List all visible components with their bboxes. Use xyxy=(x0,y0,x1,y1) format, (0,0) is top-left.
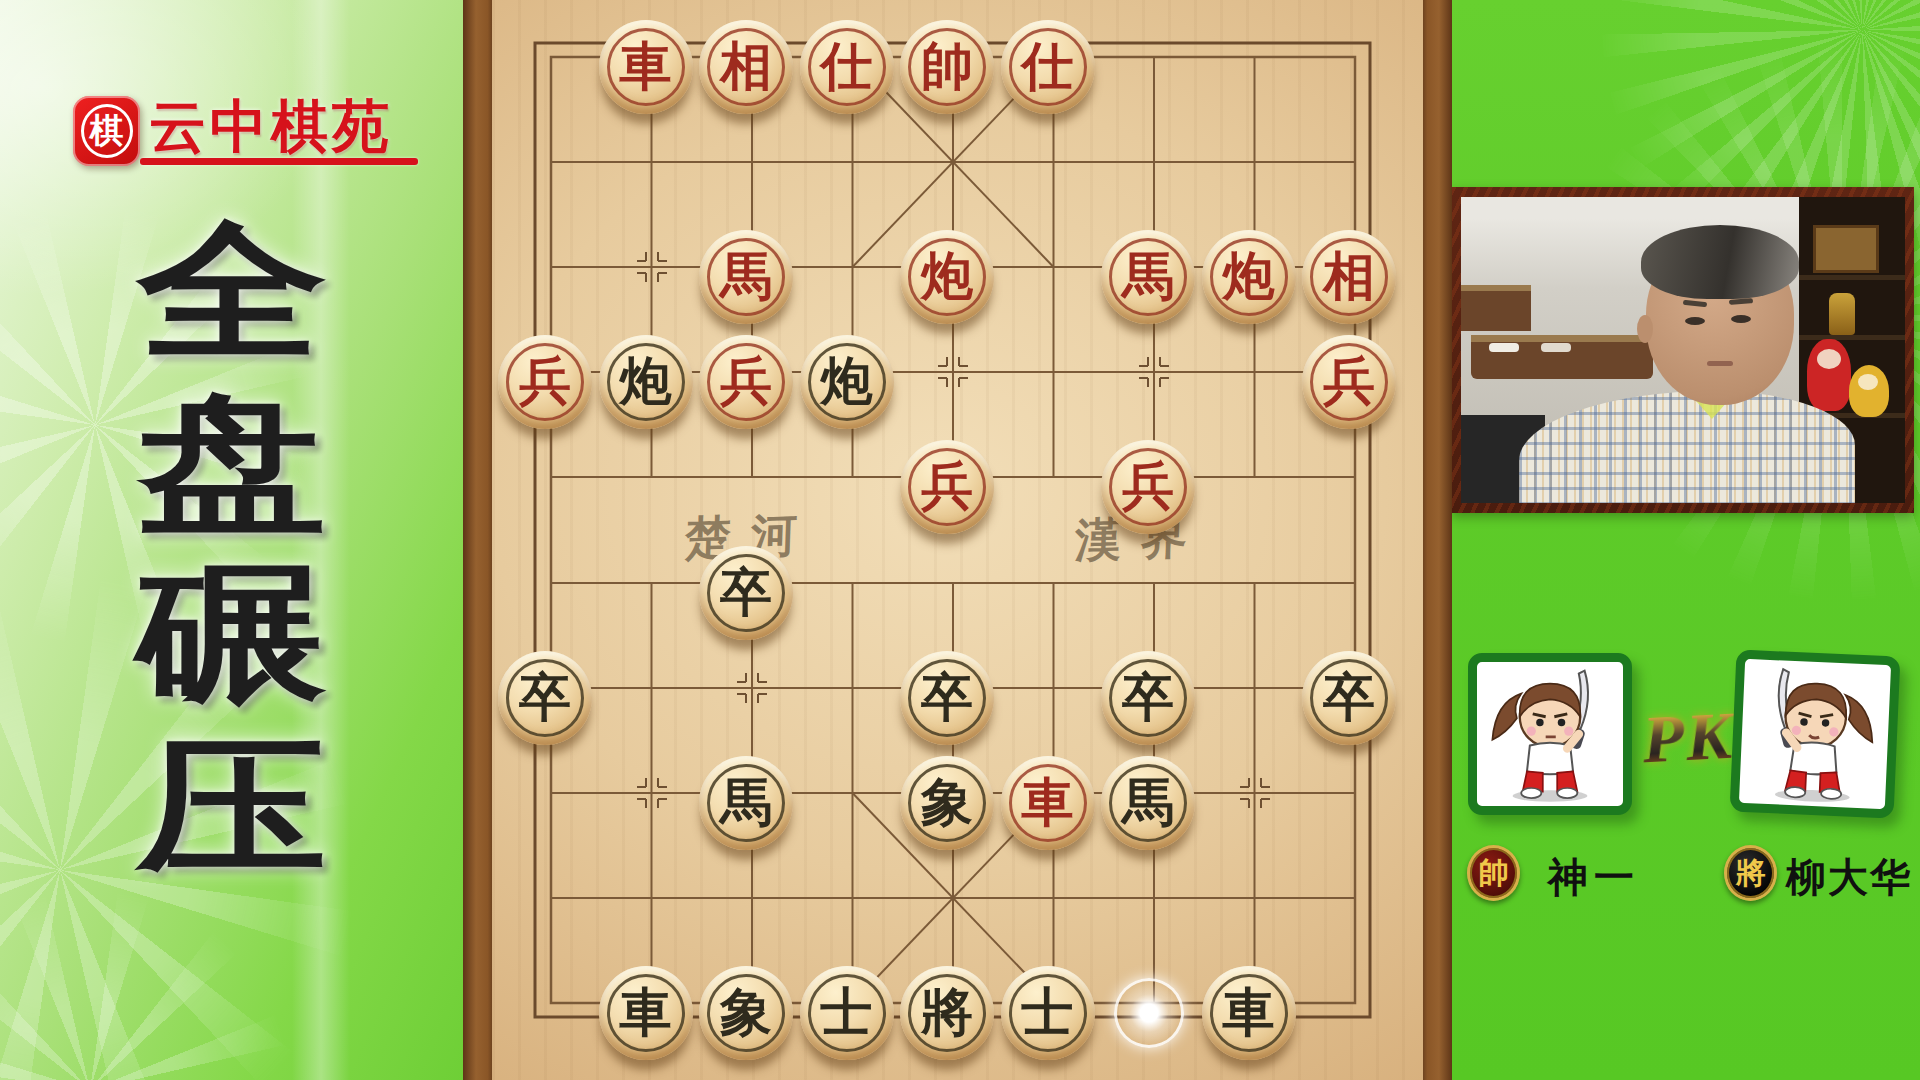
commentator-plaid-shirt xyxy=(1519,391,1855,503)
black-piece-卒[interactable]: 卒 xyxy=(699,546,793,640)
red-piece-兵[interactable]: 兵 xyxy=(699,335,793,429)
black-side-badge: 將 xyxy=(1724,845,1777,901)
title-char: 碾 xyxy=(86,550,378,722)
title-char: 压 xyxy=(86,722,378,894)
yellow-plush-toy xyxy=(1849,365,1889,417)
logo-seal-character: 棋 xyxy=(90,114,124,148)
framed-picture xyxy=(1813,225,1879,273)
red-piece-炮[interactable]: 炮 xyxy=(1202,230,1296,324)
title-char: 盘 xyxy=(86,378,378,550)
wall-shelf xyxy=(1461,285,1531,331)
mouth xyxy=(1707,361,1733,366)
shelf-items xyxy=(1489,343,1519,352)
black-piece-車[interactable]: 車 xyxy=(1202,966,1296,1060)
xiangqi-board[interactable]: 楚河 漢界 車相仕帥仕馬炮馬炮相兵兵兵兵兵車炮炮卒卒卒卒卒馬象馬車象士將士車 xyxy=(463,0,1452,1080)
star-point-marker xyxy=(1139,357,1169,387)
red-piece-馬[interactable]: 馬 xyxy=(1101,230,1195,324)
red-piece-仕[interactable]: 仕 xyxy=(800,20,894,114)
channel-logo: 棋 云中棋苑 xyxy=(0,0,463,180)
gold-figurine xyxy=(1829,293,1855,335)
black-piece-士[interactable]: 士 xyxy=(1001,966,1095,1060)
red-piece-車[interactable]: 車 xyxy=(599,20,693,114)
logo-underline xyxy=(140,158,418,165)
star-point-marker xyxy=(938,357,968,387)
black-player-name: 柳大华 xyxy=(1786,850,1912,905)
black-player-avatar xyxy=(1730,650,1901,819)
commentator-webcam xyxy=(1452,187,1914,513)
red-piece-炮[interactable]: 炮 xyxy=(900,230,994,324)
wall-shelf xyxy=(1471,335,1653,379)
red-piece-兵[interactable]: 兵 xyxy=(1101,440,1195,534)
red-piece-相[interactable]: 相 xyxy=(1302,230,1396,324)
right-panel: PK 帥 神一 將 柳大华 xyxy=(1452,0,1920,1080)
left-banner-panel: 棋 云中棋苑 全 盘 碾 压 xyxy=(0,0,463,1080)
swordsman-cartoon xyxy=(1477,662,1623,806)
black-piece-馬[interactable]: 馬 xyxy=(1101,756,1195,850)
red-player-avatar xyxy=(1468,653,1632,815)
red-piece-兵[interactable]: 兵 xyxy=(1302,335,1396,429)
commentator-hair xyxy=(1641,225,1799,299)
webcam-video xyxy=(1461,197,1905,503)
star-point-marker xyxy=(637,252,667,282)
black-piece-象[interactable]: 象 xyxy=(699,966,793,1060)
red-side-badge: 帥 xyxy=(1467,845,1520,901)
black-piece-車[interactable]: 車 xyxy=(599,966,693,1060)
red-piece-車[interactable]: 車 xyxy=(1001,756,1095,850)
swordsman-cartoon xyxy=(1739,659,1891,809)
red-piece-兵[interactable]: 兵 xyxy=(498,335,592,429)
black-piece-卒[interactable]: 卒 xyxy=(498,651,592,745)
red-piece-相[interactable]: 相 xyxy=(699,20,793,114)
red-plush-toy xyxy=(1807,339,1851,411)
black-piece-卒[interactable]: 卒 xyxy=(1302,651,1396,745)
commentator-ear xyxy=(1637,315,1653,343)
black-piece-象[interactable]: 象 xyxy=(900,756,994,850)
red-piece-馬[interactable]: 馬 xyxy=(699,230,793,324)
black-piece-馬[interactable]: 馬 xyxy=(699,756,793,850)
board-grid xyxy=(463,0,1452,1080)
episode-title-vertical: 全 盘 碾 压 xyxy=(118,206,346,894)
star-point-marker xyxy=(737,673,767,703)
red-badge-glyph: 帥 xyxy=(1479,853,1509,894)
red-piece-仕[interactable]: 仕 xyxy=(1001,20,1095,114)
black-piece-士[interactable]: 士 xyxy=(800,966,894,1060)
red-piece-帥[interactable]: 帥 xyxy=(900,20,994,114)
black-piece-炮[interactable]: 炮 xyxy=(599,335,693,429)
star-point-marker xyxy=(1240,778,1270,808)
black-piece-將[interactable]: 將 xyxy=(900,966,994,1060)
last-move-glow-marker xyxy=(1114,978,1184,1048)
channel-name: 云中棋苑 xyxy=(149,98,424,155)
black-piece-卒[interactable]: 卒 xyxy=(900,651,994,745)
star-point-marker xyxy=(637,778,667,808)
black-piece-卒[interactable]: 卒 xyxy=(1101,651,1195,745)
logo-seal-icon: 棋 xyxy=(73,96,140,166)
red-piece-兵[interactable]: 兵 xyxy=(900,440,994,534)
black-badge-glyph: 將 xyxy=(1736,853,1766,894)
title-char: 全 xyxy=(86,206,378,378)
black-piece-炮[interactable]: 炮 xyxy=(800,335,894,429)
eye xyxy=(1685,317,1705,325)
red-player-name: 神一 xyxy=(1548,850,1640,905)
eye xyxy=(1731,315,1751,323)
